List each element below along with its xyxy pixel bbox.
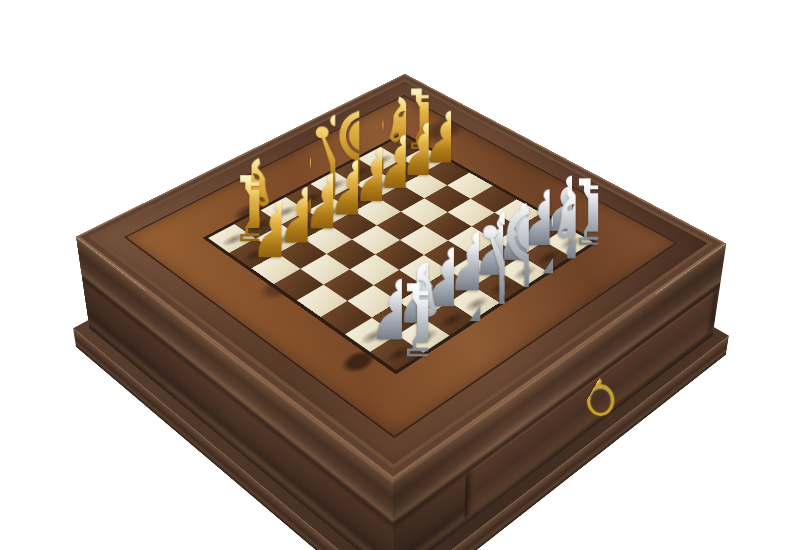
photo-scene: ♜♞♝♛♚♝♞♜♟♟♟♟♟♟♟♟♟♟♟♟♟♟♟♟♜♞♝♛♚♝♞♜	[0, 0, 800, 550]
ring-pull-ring-icon	[587, 384, 615, 416]
gold-pawn-a7: ♟	[247, 200, 282, 260]
product-photo: ♜♞♝♛♚♝♞♜♟♟♟♟♟♟♟♟♟♟♟♟♟♟♟♟♜♞♝♛♚♝♞♜	[0, 0, 800, 550]
silver-rook-a1: ♜	[390, 283, 428, 361]
